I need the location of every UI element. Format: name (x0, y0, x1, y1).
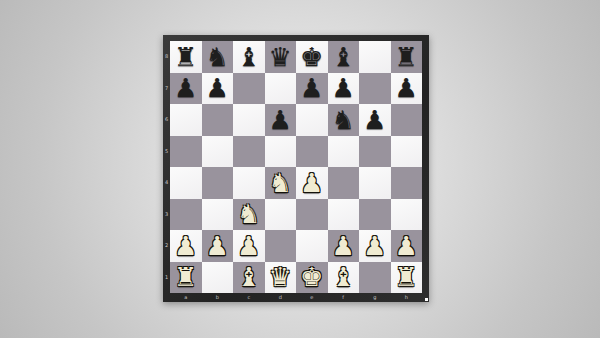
white-pawn-piece: ♟ (363, 233, 386, 259)
black-pawn-piece: ♟ (174, 75, 197, 101)
white-knight-piece: ♞ (269, 170, 292, 196)
square-d3[interactable] (265, 199, 297, 231)
square-f1[interactable]: ♝ (328, 262, 360, 294)
file-label-e: e (296, 294, 328, 301)
square-f2[interactable]: ♟ (328, 230, 360, 262)
square-e5[interactable] (296, 136, 328, 168)
square-g4[interactable] (359, 167, 391, 199)
square-e7[interactable]: ♟ (296, 73, 328, 105)
black-pawn-piece: ♟ (300, 75, 323, 101)
square-g8[interactable] (359, 41, 391, 73)
file-label-b: b (202, 294, 234, 301)
black-rook-piece: ♜ (395, 44, 418, 70)
white-queen-piece: ♛ (269, 264, 292, 290)
chess-board: ♜♞♝♛♚♝♜♟♟♟♟♟♟♞♟♞♟♞♟♟♟♟♟♟♜♝♛♚♝♜ (170, 41, 422, 293)
square-e1[interactable]: ♚ (296, 262, 328, 294)
square-c3[interactable]: ♞ (233, 199, 265, 231)
square-d5[interactable] (265, 136, 297, 168)
square-g3[interactable] (359, 199, 391, 231)
square-b3[interactable] (202, 199, 234, 231)
chess-board-frame: ♜♞♝♛♚♝♜♟♟♟♟♟♟♞♟♞♟♞♟♟♟♟♟♟♜♝♛♚♝♜ 87654321a… (163, 35, 429, 302)
black-rook-piece: ♜ (174, 44, 197, 70)
square-h7[interactable]: ♟ (391, 73, 423, 105)
file-label-a: a (170, 294, 202, 301)
square-h1[interactable]: ♜ (391, 262, 423, 294)
black-pawn-piece: ♟ (206, 75, 229, 101)
square-c7[interactable] (233, 73, 265, 105)
file-label-f: f (328, 294, 360, 301)
square-a8[interactable]: ♜ (170, 41, 202, 73)
black-queen-piece: ♛ (269, 44, 292, 70)
black-knight-piece: ♞ (206, 44, 229, 70)
rank-label-2: 2 (163, 230, 170, 262)
square-h8[interactable]: ♜ (391, 41, 423, 73)
file-label-h: h (391, 294, 423, 301)
square-c4[interactable] (233, 167, 265, 199)
black-king-piece: ♚ (300, 44, 323, 70)
black-bishop-piece: ♝ (237, 44, 260, 70)
black-pawn-piece: ♟ (363, 107, 386, 133)
rank-label-4: 4 (163, 167, 170, 199)
square-e4[interactable]: ♟ (296, 167, 328, 199)
black-pawn-piece: ♟ (332, 75, 355, 101)
square-f4[interactable] (328, 167, 360, 199)
rank-label-7: 7 (163, 73, 170, 105)
square-f5[interactable] (328, 136, 360, 168)
white-knight-piece: ♞ (237, 201, 260, 227)
square-e2[interactable] (296, 230, 328, 262)
square-d8[interactable]: ♛ (265, 41, 297, 73)
square-b1[interactable] (202, 262, 234, 294)
square-h2[interactable]: ♟ (391, 230, 423, 262)
square-b2[interactable]: ♟ (202, 230, 234, 262)
square-d6[interactable]: ♟ (265, 104, 297, 136)
square-c1[interactable]: ♝ (233, 262, 265, 294)
file-label-c: c (233, 294, 265, 301)
rank-label-1: 1 (163, 262, 170, 294)
white-bishop-piece: ♝ (237, 264, 260, 290)
rank-label-8: 8 (163, 41, 170, 73)
square-h5[interactable] (391, 136, 423, 168)
square-d7[interactable] (265, 73, 297, 105)
square-b4[interactable] (202, 167, 234, 199)
black-pawn-piece: ♟ (269, 107, 292, 133)
square-b7[interactable]: ♟ (202, 73, 234, 105)
square-d2[interactable] (265, 230, 297, 262)
white-rook-piece: ♜ (395, 264, 418, 290)
file-label-g: g (359, 294, 391, 301)
square-f8[interactable]: ♝ (328, 41, 360, 73)
white-pawn-piece: ♟ (332, 233, 355, 259)
square-g5[interactable] (359, 136, 391, 168)
square-a2[interactable]: ♟ (170, 230, 202, 262)
white-pawn-piece: ♟ (206, 233, 229, 259)
square-b5[interactable] (202, 136, 234, 168)
square-c8[interactable]: ♝ (233, 41, 265, 73)
square-g6[interactable]: ♟ (359, 104, 391, 136)
white-pawn-piece: ♟ (395, 233, 418, 259)
square-h3[interactable] (391, 199, 423, 231)
white-pawn-piece: ♟ (300, 170, 323, 196)
square-a7[interactable]: ♟ (170, 73, 202, 105)
square-a1[interactable]: ♜ (170, 262, 202, 294)
square-f7[interactable]: ♟ (328, 73, 360, 105)
black-knight-piece: ♞ (332, 107, 355, 133)
square-b6[interactable] (202, 104, 234, 136)
square-c5[interactable] (233, 136, 265, 168)
square-d1[interactable]: ♛ (265, 262, 297, 294)
square-a3[interactable] (170, 199, 202, 231)
white-rook-piece: ♜ (174, 264, 197, 290)
square-c2[interactable]: ♟ (233, 230, 265, 262)
square-g2[interactable]: ♟ (359, 230, 391, 262)
white-bishop-piece: ♝ (332, 264, 355, 290)
white-king-piece: ♚ (300, 264, 323, 290)
square-h6[interactable] (391, 104, 423, 136)
square-g7[interactable] (359, 73, 391, 105)
file-label-d: d (265, 294, 297, 301)
square-f6[interactable]: ♞ (328, 104, 360, 136)
rank-label-5: 5 (163, 136, 170, 168)
white-pawn-piece: ♟ (174, 233, 197, 259)
white-pawn-piece: ♟ (237, 233, 260, 259)
square-b8[interactable]: ♞ (202, 41, 234, 73)
square-h4[interactable] (391, 167, 423, 199)
square-c6[interactable] (233, 104, 265, 136)
square-f3[interactable] (328, 199, 360, 231)
square-e3[interactable] (296, 199, 328, 231)
black-pawn-piece: ♟ (395, 75, 418, 101)
square-d4[interactable]: ♞ (265, 167, 297, 199)
rank-label-6: 6 (163, 104, 170, 136)
square-e8[interactable]: ♚ (296, 41, 328, 73)
board-corner-marker (425, 298, 428, 301)
square-a6[interactable] (170, 104, 202, 136)
square-e6[interactable] (296, 104, 328, 136)
rank-label-3: 3 (163, 199, 170, 231)
square-g1[interactable] (359, 262, 391, 294)
square-a4[interactable] (170, 167, 202, 199)
square-a5[interactable] (170, 136, 202, 168)
black-bishop-piece: ♝ (332, 44, 355, 70)
